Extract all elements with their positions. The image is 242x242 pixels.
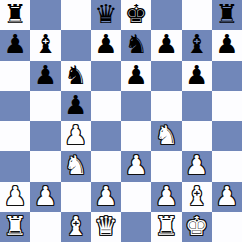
square-b8[interactable] xyxy=(30,0,60,30)
square-e7[interactable]: ♞ xyxy=(121,30,151,60)
chess-board: ♜♛♚♜♟♝♟♞♟♝♟♟♞♟♟♟♟♞♞♟♟♟♟♟♟♝♟♜♝♛♜♚ xyxy=(0,0,242,242)
square-d2[interactable]: ♟ xyxy=(91,182,121,212)
piece-black-rook[interactable]: ♜ xyxy=(215,0,238,29)
square-a7[interactable]: ♟ xyxy=(0,30,30,60)
square-a3[interactable] xyxy=(0,151,30,181)
piece-white-bishop[interactable]: ♝ xyxy=(185,182,208,211)
square-e8[interactable]: ♚ xyxy=(121,0,151,30)
piece-white-pawn[interactable]: ♟ xyxy=(124,151,147,180)
square-c4[interactable]: ♟ xyxy=(61,121,91,151)
square-e5[interactable] xyxy=(121,91,151,121)
piece-white-pawn[interactable]: ♟ xyxy=(34,182,57,211)
square-f1[interactable]: ♜ xyxy=(151,212,181,242)
piece-white-pawn[interactable]: ♟ xyxy=(215,182,238,211)
square-a1[interactable]: ♜ xyxy=(0,212,30,242)
square-h5[interactable] xyxy=(212,91,242,121)
piece-black-knight[interactable]: ♞ xyxy=(64,61,87,90)
square-c6[interactable]: ♞ xyxy=(61,61,91,91)
square-g6[interactable]: ♟ xyxy=(182,61,212,91)
square-g8[interactable] xyxy=(182,0,212,30)
piece-white-queen[interactable]: ♛ xyxy=(94,212,117,241)
square-a5[interactable] xyxy=(0,91,30,121)
square-c5[interactable]: ♟ xyxy=(61,91,91,121)
piece-black-pawn[interactable]: ♟ xyxy=(94,30,117,59)
square-h4[interactable] xyxy=(212,121,242,151)
square-d3[interactable] xyxy=(91,151,121,181)
square-e2[interactable] xyxy=(121,182,151,212)
piece-black-pawn[interactable]: ♟ xyxy=(155,30,178,59)
square-e4[interactable] xyxy=(121,121,151,151)
piece-white-knight[interactable]: ♞ xyxy=(155,121,178,150)
square-h8[interactable]: ♜ xyxy=(212,0,242,30)
square-c3[interactable]: ♞ xyxy=(61,151,91,181)
square-f5[interactable] xyxy=(151,91,181,121)
square-d7[interactable]: ♟ xyxy=(91,30,121,60)
square-g5[interactable] xyxy=(182,91,212,121)
square-b5[interactable] xyxy=(30,91,60,121)
square-a6[interactable] xyxy=(0,61,30,91)
square-a4[interactable] xyxy=(0,121,30,151)
square-g2[interactable]: ♝ xyxy=(182,182,212,212)
square-h6[interactable] xyxy=(212,61,242,91)
square-d8[interactable]: ♛ xyxy=(91,0,121,30)
square-c1[interactable]: ♝ xyxy=(61,212,91,242)
square-f2[interactable]: ♟ xyxy=(151,182,181,212)
square-f3[interactable] xyxy=(151,151,181,181)
piece-black-pawn[interactable]: ♟ xyxy=(3,30,26,59)
piece-white-rook[interactable]: ♜ xyxy=(155,212,178,241)
piece-black-queen[interactable]: ♛ xyxy=(94,0,117,29)
square-e1[interactable] xyxy=(121,212,151,242)
square-h2[interactable]: ♟ xyxy=(212,182,242,212)
square-c8[interactable] xyxy=(61,0,91,30)
square-c7[interactable] xyxy=(61,30,91,60)
square-f8[interactable] xyxy=(151,0,181,30)
piece-black-bishop[interactable]: ♝ xyxy=(34,30,57,59)
piece-black-pawn[interactable]: ♟ xyxy=(185,61,208,90)
square-c2[interactable] xyxy=(61,182,91,212)
piece-black-knight[interactable]: ♞ xyxy=(124,30,147,59)
piece-white-pawn[interactable]: ♟ xyxy=(155,182,178,211)
piece-black-bishop[interactable]: ♝ xyxy=(185,30,208,59)
piece-black-pawn[interactable]: ♟ xyxy=(124,61,147,90)
square-g3[interactable]: ♟ xyxy=(182,151,212,181)
piece-white-pawn[interactable]: ♟ xyxy=(185,151,208,180)
square-b1[interactable] xyxy=(30,212,60,242)
square-f4[interactable]: ♞ xyxy=(151,121,181,151)
square-b7[interactable]: ♝ xyxy=(30,30,60,60)
square-b4[interactable] xyxy=(30,121,60,151)
square-f6[interactable] xyxy=(151,61,181,91)
square-h3[interactable] xyxy=(212,151,242,181)
piece-black-rook[interactable]: ♜ xyxy=(3,0,26,29)
square-g7[interactable]: ♝ xyxy=(182,30,212,60)
square-e3[interactable]: ♟ xyxy=(121,151,151,181)
piece-white-pawn[interactable]: ♟ xyxy=(94,182,117,211)
square-h1[interactable] xyxy=(212,212,242,242)
square-d5[interactable] xyxy=(91,91,121,121)
square-f7[interactable]: ♟ xyxy=(151,30,181,60)
square-h7[interactable]: ♟ xyxy=(212,30,242,60)
piece-black-pawn[interactable]: ♟ xyxy=(64,91,87,120)
piece-white-pawn[interactable]: ♟ xyxy=(64,121,87,150)
square-d1[interactable]: ♛ xyxy=(91,212,121,242)
square-a8[interactable]: ♜ xyxy=(0,0,30,30)
piece-black-king[interactable]: ♚ xyxy=(124,0,147,29)
piece-black-pawn[interactable]: ♟ xyxy=(34,61,57,90)
square-e6[interactable]: ♟ xyxy=(121,61,151,91)
piece-black-pawn[interactable]: ♟ xyxy=(215,30,238,59)
square-b2[interactable]: ♟ xyxy=(30,182,60,212)
square-b6[interactable]: ♟ xyxy=(30,61,60,91)
piece-white-knight[interactable]: ♞ xyxy=(64,151,87,180)
square-b3[interactable] xyxy=(30,151,60,181)
piece-white-rook[interactable]: ♜ xyxy=(3,212,26,241)
square-g1[interactable]: ♚ xyxy=(182,212,212,242)
square-d6[interactable] xyxy=(91,61,121,91)
square-a2[interactable]: ♟ xyxy=(0,182,30,212)
square-g4[interactable] xyxy=(182,121,212,151)
square-d4[interactable] xyxy=(91,121,121,151)
piece-white-bishop[interactable]: ♝ xyxy=(64,212,87,241)
piece-white-pawn[interactable]: ♟ xyxy=(3,182,26,211)
piece-white-king[interactable]: ♚ xyxy=(185,212,208,241)
